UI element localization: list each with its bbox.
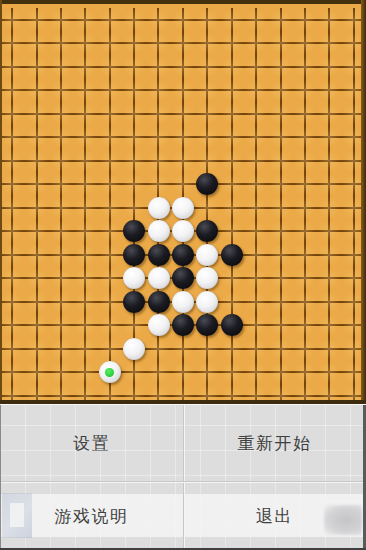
board-intersection[interactable] (171, 102, 195, 126)
board-intersection[interactable] (195, 243, 219, 267)
black-stone (148, 244, 170, 266)
board-intersection[interactable] (220, 173, 244, 197)
board-intersection[interactable] (293, 32, 317, 56)
board-intersection[interactable] (195, 314, 219, 338)
board-intersection[interactable] (244, 79, 268, 103)
board-intersection[interactable] (49, 220, 73, 244)
board-intersection[interactable] (244, 337, 268, 361)
board-intersection[interactable] (49, 173, 73, 197)
board-intersection[interactable] (98, 32, 122, 56)
board-intersection[interactable] (171, 79, 195, 103)
board-intersection[interactable] (0, 196, 24, 220)
white-stone (172, 220, 194, 242)
board-intersection[interactable] (49, 337, 73, 361)
board-intersection[interactable] (244, 220, 268, 244)
board-intersection[interactable] (171, 149, 195, 173)
board-intersection[interactable] (98, 173, 122, 197)
board-intersection[interactable] (24, 290, 48, 314)
white-stone (196, 291, 218, 313)
board-intersection[interactable] (73, 196, 97, 220)
board-intersection[interactable] (49, 8, 73, 32)
board-intersection[interactable] (293, 267, 317, 291)
board-intersection[interactable] (24, 149, 48, 173)
board-intersection[interactable] (220, 267, 244, 291)
board-intersection[interactable] (195, 55, 219, 79)
board-intersection[interactable] (49, 196, 73, 220)
board-intersection[interactable] (268, 32, 292, 56)
board-intersection[interactable] (98, 220, 122, 244)
board-intersection[interactable] (73, 173, 97, 197)
board-intersection[interactable] (73, 149, 97, 173)
board-intersection[interactable] (122, 243, 146, 267)
board-intersection[interactable] (24, 196, 48, 220)
board-intersection[interactable] (0, 149, 24, 173)
board-intersection[interactable] (146, 55, 170, 79)
board-intersection[interactable] (146, 314, 170, 338)
black-stone (148, 291, 170, 313)
board-intersection[interactable] (73, 267, 97, 291)
board-intersection[interactable] (73, 243, 97, 267)
board-intersection[interactable] (195, 126, 219, 150)
board-intersection[interactable] (195, 32, 219, 56)
board-intersection[interactable] (171, 361, 195, 385)
board-intersection[interactable] (98, 243, 122, 267)
board-intersection[interactable] (317, 149, 341, 173)
black-stone (123, 220, 145, 242)
board-intersection[interactable] (146, 102, 170, 126)
board-intersection[interactable] (220, 149, 244, 173)
board-intersection[interactable] (220, 102, 244, 126)
board-intersection[interactable] (244, 267, 268, 291)
board-intersection[interactable] (146, 79, 170, 103)
restart-button[interactable]: 重新开始 (183, 405, 366, 481)
board-intersection[interactable] (220, 220, 244, 244)
board-intersection[interactable] (293, 290, 317, 314)
black-stone (123, 244, 145, 266)
board-top-border (0, 0, 366, 4)
board-intersection[interactable] (195, 196, 219, 220)
board-intersection[interactable] (317, 314, 341, 338)
board-intersection[interactable] (171, 196, 195, 220)
white-stone (148, 267, 170, 289)
board-intersection[interactable] (317, 55, 341, 79)
board-intersection[interactable] (73, 126, 97, 150)
board-intersection[interactable] (293, 149, 317, 173)
board-intersection[interactable] (0, 173, 24, 197)
board-intersection[interactable] (0, 126, 24, 150)
white-stone (148, 197, 170, 219)
black-stone (196, 220, 218, 242)
white-stone (148, 220, 170, 242)
board-intersection[interactable] (49, 55, 73, 79)
board-intersection[interactable] (146, 8, 170, 32)
board-intersection[interactable] (244, 314, 268, 338)
board-intersection[interactable] (122, 220, 146, 244)
board-intersection[interactable] (244, 126, 268, 150)
board-left-border (0, 0, 2, 404)
board-intersection[interactable] (171, 220, 195, 244)
board-intersection[interactable] (122, 55, 146, 79)
board-intersection[interactable] (220, 337, 244, 361)
board-intersection[interactable] (293, 126, 317, 150)
board-intersection[interactable] (49, 243, 73, 267)
board-intersection[interactable] (146, 32, 170, 56)
board-intersection[interactable] (122, 267, 146, 291)
menu-left-border (0, 405, 1, 550)
board-intersection[interactable] (146, 126, 170, 150)
board-intersection[interactable] (317, 32, 341, 56)
board-intersection[interactable] (293, 337, 317, 361)
white-stone (196, 267, 218, 289)
board-intersection[interactable] (24, 337, 48, 361)
board-intersection[interactable] (293, 243, 317, 267)
board-intersection[interactable] (24, 267, 48, 291)
board-intersection[interactable] (98, 126, 122, 150)
board-intersection[interactable] (244, 55, 268, 79)
board-intersection[interactable] (171, 8, 195, 32)
board-intersection[interactable] (24, 314, 48, 338)
board-intersection[interactable] (146, 173, 170, 197)
board-intersection[interactable] (220, 55, 244, 79)
white-stone (148, 314, 170, 336)
board-intersection[interactable] (268, 243, 292, 267)
instructions-button-label: 游戏说明 (55, 505, 129, 528)
board-intersection[interactable] (244, 196, 268, 220)
board-intersection[interactable] (49, 267, 73, 291)
board-intersection[interactable] (171, 290, 195, 314)
board-intersection[interactable] (317, 243, 341, 267)
board-grid (0, 8, 366, 404)
board-intersection[interactable] (171, 267, 195, 291)
board-intersection[interactable] (195, 337, 219, 361)
board-intersection[interactable] (220, 8, 244, 32)
board-intersection[interactable] (171, 243, 195, 267)
board-intersection[interactable] (122, 314, 146, 338)
black-stone (172, 244, 194, 266)
board-intersection[interactable] (220, 32, 244, 56)
last-move-marker (105, 368, 114, 377)
board-intersection[interactable] (293, 79, 317, 103)
board-intersection[interactable] (0, 79, 24, 103)
board-intersection[interactable] (244, 32, 268, 56)
board-intersection[interactable] (268, 290, 292, 314)
board-intersection[interactable] (0, 243, 24, 267)
board-intersection[interactable] (73, 361, 97, 385)
board-intersection[interactable] (195, 361, 219, 385)
board-intersection[interactable] (98, 8, 122, 32)
board-intersection[interactable] (244, 8, 268, 32)
white-stone (123, 338, 145, 360)
board-intersection[interactable] (24, 79, 48, 103)
board-intersection[interactable] (73, 220, 97, 244)
board-intersection[interactable] (122, 79, 146, 103)
board-intersection[interactable] (49, 102, 73, 126)
board-intersection[interactable] (73, 314, 97, 338)
board-intersection[interactable] (0, 32, 24, 56)
board-right-border (361, 0, 366, 404)
board-intersection[interactable] (171, 314, 195, 338)
board-intersection[interactable] (317, 173, 341, 197)
board-intersection[interactable] (73, 32, 97, 56)
board-intersection[interactable] (244, 173, 268, 197)
board-intersection[interactable] (122, 337, 146, 361)
board-intersection[interactable] (268, 126, 292, 150)
board-intersection[interactable] (268, 8, 292, 32)
board-intersection[interactable] (24, 243, 48, 267)
board-intersection[interactable] (293, 220, 317, 244)
board-intersection[interactable] (195, 290, 219, 314)
board-intersection[interactable] (293, 8, 317, 32)
board-intersection[interactable] (268, 102, 292, 126)
board-intersection[interactable] (49, 149, 73, 173)
board-intersection[interactable] (171, 173, 195, 197)
board-intersection[interactable] (268, 173, 292, 197)
board-bottom-border (0, 400, 366, 404)
board-intersection[interactable] (195, 173, 219, 197)
board-intersection[interactable] (146, 290, 170, 314)
board-intersection[interactable] (146, 243, 170, 267)
black-stone (123, 291, 145, 313)
board-intersection[interactable] (220, 79, 244, 103)
board-intersection[interactable] (24, 8, 48, 32)
board-intersection[interactable] (24, 32, 48, 56)
board-intersection[interactable] (98, 102, 122, 126)
board-intersection[interactable] (146, 337, 170, 361)
board-intersection[interactable] (268, 79, 292, 103)
board-intersection[interactable] (317, 267, 341, 291)
board-intersection[interactable] (49, 361, 73, 385)
board-intersection[interactable] (220, 196, 244, 220)
board-intersection[interactable] (171, 337, 195, 361)
board-intersection[interactable] (195, 8, 219, 32)
settings-button-label: 设置 (73, 432, 110, 455)
board-intersection[interactable] (122, 32, 146, 56)
board-intersection[interactable] (122, 361, 146, 385)
board-intersection[interactable] (24, 55, 48, 79)
board-intersection[interactable] (73, 79, 97, 103)
board-intersection[interactable] (195, 102, 219, 126)
board-intersection[interactable] (49, 32, 73, 56)
board-intersection[interactable] (171, 126, 195, 150)
board-intersection[interactable] (122, 173, 146, 197)
black-stone (221, 244, 243, 266)
board-intersection[interactable] (0, 337, 24, 361)
board-intersection[interactable] (98, 361, 122, 385)
board-intersection[interactable] (317, 126, 341, 150)
board-intersection[interactable] (317, 361, 341, 385)
board-intersection[interactable] (146, 149, 170, 173)
board-intersection[interactable] (220, 126, 244, 150)
board-intersection[interactable] (0, 361, 24, 385)
board-intersection[interactable] (73, 290, 97, 314)
exit-button[interactable]: 退出 (183, 481, 366, 550)
board-intersection[interactable] (146, 267, 170, 291)
settings-button[interactable]: 设置 (0, 405, 183, 481)
board-intersection[interactable] (244, 243, 268, 267)
board-intersection[interactable] (195, 149, 219, 173)
board-intersection[interactable] (49, 79, 73, 103)
board-intersection[interactable] (98, 149, 122, 173)
board-intersection[interactable] (268, 55, 292, 79)
black-stone (172, 267, 194, 289)
board-intersection[interactable] (98, 267, 122, 291)
gomoku-board[interactable] (0, 0, 366, 404)
board-intersection[interactable] (317, 220, 341, 244)
board-intersection[interactable] (195, 267, 219, 291)
board-intersection[interactable] (122, 149, 146, 173)
board-intersection[interactable] (244, 102, 268, 126)
board-intersection[interactable] (220, 361, 244, 385)
board-intersection[interactable] (293, 55, 317, 79)
board-intersection[interactable] (220, 290, 244, 314)
black-stone (196, 173, 218, 195)
board-intersection[interactable] (24, 126, 48, 150)
board-intersection[interactable] (98, 79, 122, 103)
board-intersection[interactable] (122, 126, 146, 150)
menu-panel: 设置 重新开始 游戏说明 退出 (0, 404, 366, 550)
board-intersection[interactable] (49, 290, 73, 314)
board-intersection[interactable] (317, 196, 341, 220)
board-intersection[interactable] (122, 196, 146, 220)
board-intersection[interactable] (171, 55, 195, 79)
instructions-button[interactable]: 游戏说明 (0, 481, 183, 550)
black-stone (196, 314, 218, 336)
black-stone (172, 314, 194, 336)
white-stone (196, 244, 218, 266)
board-intersection[interactable] (122, 8, 146, 32)
board-intersection[interactable] (268, 337, 292, 361)
board-intersection[interactable] (98, 55, 122, 79)
board-intersection[interactable] (195, 79, 219, 103)
board-intersection[interactable] (24, 102, 48, 126)
board-intersection[interactable] (317, 290, 341, 314)
board-intersection[interactable] (24, 173, 48, 197)
board-intersection[interactable] (293, 102, 317, 126)
board-intersection[interactable] (220, 243, 244, 267)
board-intersection[interactable] (146, 361, 170, 385)
exit-button-label: 退出 (256, 505, 293, 528)
board-intersection[interactable] (49, 314, 73, 338)
board-intersection[interactable] (0, 8, 24, 32)
board-intersection[interactable] (171, 32, 195, 56)
board-intersection[interactable] (244, 149, 268, 173)
board-intersection[interactable] (293, 173, 317, 197)
board-intersection[interactable] (0, 55, 24, 79)
board-intersection[interactable] (244, 290, 268, 314)
board-intersection[interactable] (317, 337, 341, 361)
board-intersection[interactable] (293, 361, 317, 385)
board-intersection[interactable] (73, 55, 97, 79)
menu-buttons: 设置 重新开始 游戏说明 退出 (0, 405, 366, 550)
board-intersection[interactable] (98, 290, 122, 314)
board-intersection[interactable] (268, 149, 292, 173)
board-intersection[interactable] (73, 102, 97, 126)
board-intersection[interactable] (146, 220, 170, 244)
board-intersection[interactable] (317, 79, 341, 103)
board-intersection[interactable] (24, 220, 48, 244)
board-intersection[interactable] (268, 361, 292, 385)
board-intersection[interactable] (98, 196, 122, 220)
board-intersection[interactable] (122, 102, 146, 126)
board-intersection[interactable] (195, 220, 219, 244)
board-intersection[interactable] (244, 361, 268, 385)
board-intersection[interactable] (73, 337, 97, 361)
board-intersection[interactable] (220, 314, 244, 338)
board-intersection[interactable] (268, 220, 292, 244)
board-intersection[interactable] (317, 8, 341, 32)
board-intersection[interactable] (268, 196, 292, 220)
board-intersection[interactable] (0, 102, 24, 126)
board-intersection[interactable] (146, 196, 170, 220)
board-intersection[interactable] (268, 314, 292, 338)
white-stone (123, 267, 145, 289)
board-intersection[interactable] (0, 267, 24, 291)
gomoku-app-screen: 设置 重新开始 游戏说明 退出 (0, 0, 366, 550)
restart-button-label: 重新开始 (238, 432, 312, 455)
board-intersection[interactable] (73, 8, 97, 32)
board-intersection[interactable] (49, 126, 73, 150)
board-intersection[interactable] (268, 267, 292, 291)
board-intersection[interactable] (122, 290, 146, 314)
white-stone (172, 291, 194, 313)
board-intersection[interactable] (24, 361, 48, 385)
board-intersection[interactable] (0, 290, 24, 314)
board-intersection[interactable] (317, 102, 341, 126)
board-intersection[interactable] (293, 314, 317, 338)
board-intersection[interactable] (293, 196, 317, 220)
black-stone (221, 314, 243, 336)
board-intersection[interactable] (98, 337, 122, 361)
board-intersection[interactable] (98, 314, 122, 338)
board-intersection[interactable] (0, 314, 24, 338)
white-stone (172, 197, 194, 219)
white-stone (99, 361, 121, 383)
board-intersection[interactable] (0, 220, 24, 244)
